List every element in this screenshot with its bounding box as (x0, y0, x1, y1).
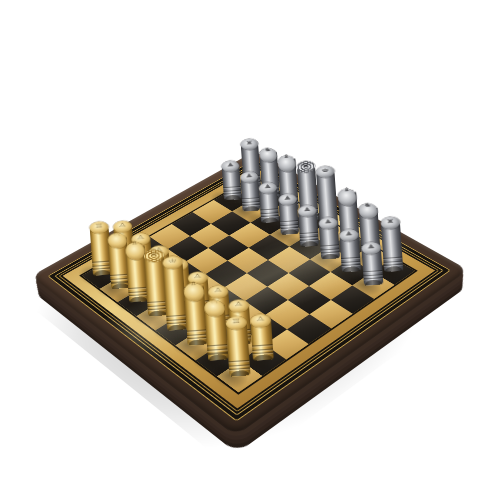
piece-black-pawn[interactable]: ♟ (318, 223, 339, 260)
piece-black-pawn[interactable]: ♟ (259, 188, 279, 223)
piece-black-rook[interactable]: ♜ (381, 222, 403, 272)
piece-black-pawn[interactable]: ♟ (222, 166, 242, 200)
piece-black-pawn[interactable]: ♟ (240, 177, 260, 212)
piece-white-rook[interactable]: ♖ (225, 322, 250, 376)
piece-white-pawn[interactable]: ♙ (250, 320, 273, 361)
chess-set-photo: ♜♞♝♛♚♝♞♜♟♟♟♟♟♟♟♟♙♙♙♙♙♙♙♙♖♘♗♕♔♗♘♖ (0, 0, 500, 500)
chess-board: ♜♞♝♛♚♝♞♜♟♟♟♟♟♟♟♟♙♙♙♙♙♙♙♙♖♘♗♕♔♗♘♖ (31, 151, 468, 436)
piece-black-pawn[interactable]: ♟ (278, 199, 299, 235)
piece-black-pawn[interactable]: ♟ (361, 248, 383, 286)
piece-cylinder-body (225, 322, 250, 376)
piece-black-pawn[interactable]: ♟ (339, 235, 361, 272)
piece-white-knight[interactable]: ♘ (204, 303, 229, 361)
piece-cylinder-body (381, 222, 403, 272)
piece-black-pawn[interactable]: ♟ (298, 211, 319, 247)
scene-rotation: ♜♞♝♛♚♝♞♜♟♟♟♟♟♟♟♟♙♙♙♙♙♙♙♙♖♘♗♕♔♗♘♖ (0, 0, 500, 500)
scene: ♜♞♝♛♚♝♞♜♟♟♟♟♟♟♟♟♙♙♙♙♙♙♙♙♖♘♗♕♔♗♘♖ (0, 0, 500, 500)
